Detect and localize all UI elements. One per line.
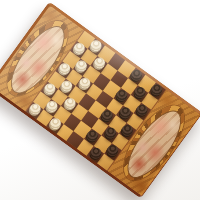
photo-scene xyxy=(0,0,200,200)
game-board xyxy=(0,1,200,198)
board-wrapper xyxy=(0,1,200,198)
